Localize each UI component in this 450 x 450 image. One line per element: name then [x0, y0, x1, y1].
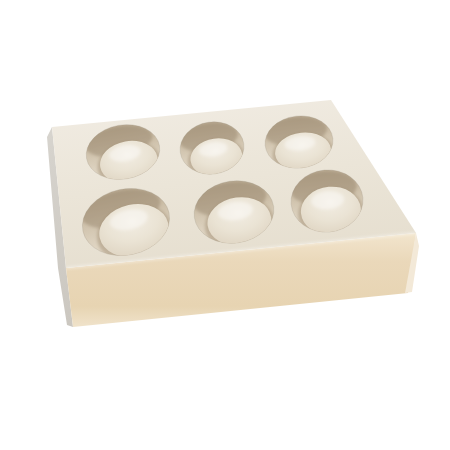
product-photo: Cream-coloured rectangular silicone moul…	[0, 0, 450, 450]
silicone-mold-image	[0, 0, 450, 450]
